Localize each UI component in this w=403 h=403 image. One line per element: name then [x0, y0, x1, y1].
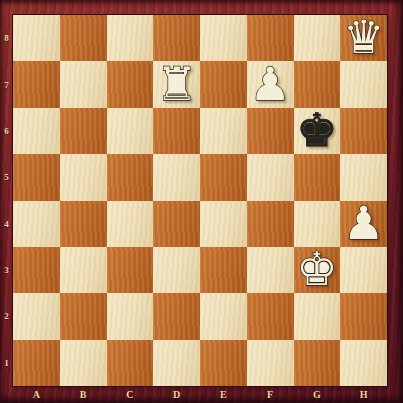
square-h6[interactable] — [340, 108, 387, 154]
square-h2[interactable] — [340, 293, 387, 339]
rank-label-5: 5 — [0, 154, 13, 200]
square-g1[interactable] — [294, 340, 341, 386]
square-h5[interactable] — [340, 154, 387, 200]
square-b4[interactable] — [60, 201, 107, 247]
square-h4[interactable]: ♟ — [340, 201, 387, 247]
square-c8[interactable] — [107, 15, 154, 61]
square-d2[interactable] — [153, 293, 200, 339]
square-d6[interactable] — [153, 108, 200, 154]
square-c7[interactable] — [107, 61, 154, 107]
file-label-a: A — [13, 386, 60, 403]
square-f6[interactable] — [247, 108, 294, 154]
file-label-c: C — [107, 386, 154, 403]
square-g8[interactable] — [294, 15, 341, 61]
square-b8[interactable] — [60, 15, 107, 61]
file-label-e: E — [200, 386, 247, 403]
file-label-g: G — [294, 386, 341, 403]
square-f3[interactable] — [247, 247, 294, 293]
square-a4[interactable] — [13, 201, 60, 247]
square-a5[interactable] — [13, 154, 60, 200]
square-c5[interactable] — [107, 154, 154, 200]
square-h8[interactable]: ♛ — [340, 15, 387, 61]
rank-label-3: 3 — [0, 247, 13, 293]
square-d7[interactable]: ♜ — [153, 61, 200, 107]
square-f8[interactable] — [247, 15, 294, 61]
square-e8[interactable] — [200, 15, 247, 61]
rank-label-2: 2 — [0, 293, 13, 339]
piece-white-queen[interactable]: ♛ — [343, 14, 384, 60]
square-e2[interactable] — [200, 293, 247, 339]
square-a7[interactable] — [13, 61, 60, 107]
file-label-f: F — [247, 386, 294, 403]
square-d8[interactable] — [153, 15, 200, 61]
square-g5[interactable] — [294, 154, 341, 200]
square-g7[interactable] — [294, 61, 341, 107]
square-e4[interactable] — [200, 201, 247, 247]
square-b5[interactable] — [60, 154, 107, 200]
square-c6[interactable] — [107, 108, 154, 154]
piece-white-pawn[interactable]: ♟ — [343, 200, 384, 246]
piece-white-pawn[interactable]: ♟ — [250, 61, 291, 107]
square-f1[interactable] — [247, 340, 294, 386]
rank-label-6: 6 — [0, 108, 13, 154]
square-a6[interactable] — [13, 108, 60, 154]
rank-label-7: 7 — [0, 61, 13, 107]
rank-label-4: 4 — [0, 201, 13, 247]
square-b1[interactable] — [60, 340, 107, 386]
square-b3[interactable] — [60, 247, 107, 293]
square-b6[interactable] — [60, 108, 107, 154]
square-g6[interactable]: ♚ — [294, 108, 341, 154]
square-c3[interactable] — [107, 247, 154, 293]
square-c2[interactable] — [107, 293, 154, 339]
square-c1[interactable] — [107, 340, 154, 386]
piece-white-rook[interactable]: ♜ — [156, 61, 197, 107]
square-g2[interactable] — [294, 293, 341, 339]
square-a3[interactable] — [13, 247, 60, 293]
square-e5[interactable] — [200, 154, 247, 200]
chessboard-frame: ♛♜♟♚♟♚ 87654321 ABCDEFGH — [0, 0, 403, 403]
square-d4[interactable] — [153, 201, 200, 247]
square-h3[interactable] — [340, 247, 387, 293]
square-e1[interactable] — [200, 340, 247, 386]
square-h7[interactable] — [340, 61, 387, 107]
piece-black-king[interactable]: ♚ — [296, 107, 337, 153]
square-e7[interactable] — [200, 61, 247, 107]
square-f5[interactable] — [247, 154, 294, 200]
square-f2[interactable] — [247, 293, 294, 339]
file-label-h: H — [340, 386, 387, 403]
chessboard: ♛♜♟♚♟♚ — [13, 15, 387, 386]
square-d1[interactable] — [153, 340, 200, 386]
rank-label-1: 1 — [0, 340, 13, 386]
square-g4[interactable] — [294, 201, 341, 247]
square-b2[interactable] — [60, 293, 107, 339]
square-h1[interactable] — [340, 340, 387, 386]
square-c4[interactable] — [107, 201, 154, 247]
file-labels: ABCDEFGH — [13, 386, 387, 403]
square-d3[interactable] — [153, 247, 200, 293]
file-label-d: D — [153, 386, 200, 403]
square-e3[interactable] — [200, 247, 247, 293]
square-e6[interactable] — [200, 108, 247, 154]
square-d5[interactable] — [153, 154, 200, 200]
square-a8[interactable] — [13, 15, 60, 61]
rank-labels: 87654321 — [0, 15, 13, 386]
square-a2[interactable] — [13, 293, 60, 339]
square-a1[interactable] — [13, 340, 60, 386]
square-f7[interactable]: ♟ — [247, 61, 294, 107]
square-b7[interactable] — [60, 61, 107, 107]
piece-white-king[interactable]: ♚ — [296, 246, 337, 292]
file-label-b: B — [60, 386, 107, 403]
square-g3[interactable]: ♚ — [294, 247, 341, 293]
square-f4[interactable] — [247, 201, 294, 247]
rank-label-8: 8 — [0, 15, 13, 61]
